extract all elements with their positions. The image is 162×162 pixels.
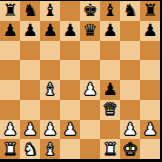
square-d6[interactable]	[60, 41, 80, 61]
square-b6[interactable]	[20, 41, 40, 61]
square-c6[interactable]	[40, 41, 60, 61]
chess-board: ♜♞♝♚♝♞♜♟♟♟♟♛♟♟♝♟♟♛♟♟♟♟♟♟♜♞♝♜♚	[0, 0, 162, 162]
square-h4[interactable]	[140, 80, 160, 100]
white-king: ♚	[122, 140, 137, 157]
white-rook: ♜	[102, 140, 117, 157]
square-h7[interactable]: ♟	[140, 21, 160, 41]
square-c5[interactable]	[40, 60, 60, 80]
square-f6[interactable]	[100, 41, 120, 61]
black-pawn: ♟	[102, 81, 117, 98]
square-c3[interactable]	[40, 100, 60, 120]
square-g1[interactable]: ♚	[120, 139, 140, 159]
square-f7[interactable]: ♟	[100, 21, 120, 41]
square-a7[interactable]: ♟	[0, 21, 20, 41]
square-e6[interactable]	[80, 41, 100, 61]
black-king: ♚	[82, 2, 97, 19]
black-pawn: ♟	[142, 22, 157, 39]
square-g3[interactable]	[120, 100, 140, 120]
square-b8[interactable]: ♞	[20, 1, 40, 21]
square-a2[interactable]: ♟	[0, 120, 20, 140]
square-a3[interactable]	[0, 100, 20, 120]
square-f8[interactable]: ♝	[100, 1, 120, 21]
square-h3[interactable]	[140, 100, 160, 120]
black-bishop: ♝	[42, 2, 57, 19]
square-c8[interactable]: ♝	[40, 1, 60, 21]
square-a8[interactable]: ♜	[0, 1, 20, 21]
square-h1[interactable]	[140, 139, 160, 159]
white-bishop: ♝	[42, 140, 57, 157]
white-pawn: ♟	[142, 120, 157, 137]
white-bishop: ♝	[42, 81, 57, 98]
square-d1[interactable]	[60, 139, 80, 159]
black-queen: ♛	[82, 22, 97, 39]
square-e1[interactable]	[80, 139, 100, 159]
black-pawn: ♟	[62, 22, 77, 39]
black-knight: ♞	[122, 2, 137, 19]
square-g2[interactable]: ♟	[120, 120, 140, 140]
square-b5[interactable]	[20, 60, 40, 80]
white-pawn: ♟	[82, 81, 97, 98]
square-e8[interactable]: ♚	[80, 1, 100, 21]
square-h6[interactable]	[140, 41, 160, 61]
white-pawn: ♟	[22, 120, 37, 137]
white-knight: ♞	[22, 140, 37, 157]
square-f3[interactable]: ♛	[100, 100, 120, 120]
square-f4[interactable]: ♟	[100, 80, 120, 100]
square-e5[interactable]	[80, 60, 100, 80]
black-bishop: ♝	[102, 2, 117, 19]
square-e2[interactable]	[80, 120, 100, 140]
white-pawn: ♟	[2, 120, 17, 137]
square-h5[interactable]	[140, 60, 160, 80]
square-b1[interactable]: ♞	[20, 139, 40, 159]
black-pawn: ♟	[42, 22, 57, 39]
black-rook: ♜	[2, 2, 17, 19]
square-g4[interactable]	[120, 80, 140, 100]
square-a6[interactable]	[0, 41, 20, 61]
white-rook: ♜	[2, 140, 17, 157]
square-b2[interactable]: ♟	[20, 120, 40, 140]
square-g5[interactable]	[120, 60, 140, 80]
square-h8[interactable]: ♜	[140, 1, 160, 21]
square-c2[interactable]: ♟	[40, 120, 60, 140]
square-c4[interactable]: ♝	[40, 80, 60, 100]
square-d2[interactable]: ♟	[60, 120, 80, 140]
square-e7[interactable]: ♛	[80, 21, 100, 41]
square-e4[interactable]: ♟	[80, 80, 100, 100]
black-rook: ♜	[142, 2, 157, 19]
square-b4[interactable]	[20, 80, 40, 100]
square-c7[interactable]: ♟	[40, 21, 60, 41]
black-pawn: ♟	[22, 22, 37, 39]
white-pawn: ♟	[42, 120, 57, 137]
square-f1[interactable]: ♜	[100, 139, 120, 159]
square-b3[interactable]	[20, 100, 40, 120]
square-a5[interactable]	[0, 60, 20, 80]
square-b7[interactable]: ♟	[20, 21, 40, 41]
square-d5[interactable]	[60, 60, 80, 80]
square-h2[interactable]: ♟	[140, 120, 160, 140]
square-d7[interactable]: ♟	[60, 21, 80, 41]
square-e3[interactable]	[80, 100, 100, 120]
square-d4[interactable]	[60, 80, 80, 100]
square-a4[interactable]	[0, 80, 20, 100]
black-pawn: ♟	[102, 22, 117, 39]
white-pawn: ♟	[62, 120, 77, 137]
white-pawn: ♟	[122, 120, 137, 137]
white-queen: ♛	[102, 101, 117, 118]
square-c1[interactable]: ♝	[40, 139, 60, 159]
square-d8[interactable]	[60, 1, 80, 21]
square-g8[interactable]: ♞	[120, 1, 140, 21]
square-g6[interactable]	[120, 41, 140, 61]
square-a1[interactable]: ♜	[0, 139, 20, 159]
black-knight: ♞	[22, 2, 37, 19]
square-d3[interactable]	[60, 100, 80, 120]
black-pawn: ♟	[2, 22, 17, 39]
square-f2[interactable]	[100, 120, 120, 140]
square-f5[interactable]	[100, 60, 120, 80]
square-g7[interactable]	[120, 21, 140, 41]
